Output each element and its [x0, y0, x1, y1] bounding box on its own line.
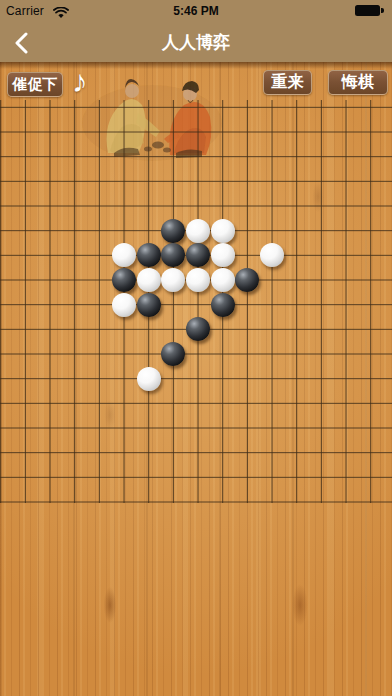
clock: 5:46 PM	[0, 4, 392, 18]
board-grid-svg[interactable]	[0, 62, 392, 696]
board-area: 催促下 ♪ 重来 悔棋	[0, 62, 392, 696]
undo-button[interactable]: 悔棋	[328, 70, 388, 95]
page-title: 人人博弈	[0, 31, 392, 54]
battery-icon	[355, 5, 384, 16]
top-chrome: Carrier 5:46 PM 人人博弈	[0, 0, 392, 62]
status-bar: Carrier 5:46 PM	[0, 0, 392, 22]
nav-bar: 人人博弈	[0, 22, 392, 62]
restart-button[interactable]: 重来	[263, 70, 312, 95]
gomoku-app: Carrier 5:46 PM 人人博弈	[0, 0, 392, 696]
urge-move-button[interactable]: 催促下	[7, 72, 63, 97]
sound-toggle-note-icon[interactable]: ♪	[64, 64, 96, 100]
